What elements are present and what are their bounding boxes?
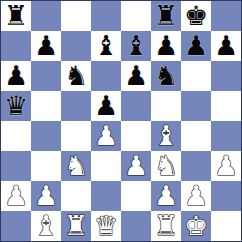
white-queen-piece: ♛ — [94, 211, 118, 241]
square-h3[interactable]: ♟ — [211, 151, 241, 181]
square-c6[interactable]: ♞ — [61, 61, 91, 91]
black-pawn-piece: ♟ — [124, 61, 148, 91]
square-d7[interactable]: ♝ — [91, 31, 121, 61]
square-e3[interactable]: ♟ — [121, 151, 151, 181]
square-c4[interactable] — [61, 121, 91, 151]
black-rook-piece: ♜ — [4, 1, 28, 31]
black-bishop-piece: ♝ — [124, 31, 148, 61]
white-pawn-piece: ♟ — [214, 151, 238, 181]
square-g7[interactable]: ♟ — [181, 31, 211, 61]
white-pawn-piece: ♟ — [154, 181, 178, 211]
square-b4[interactable] — [31, 121, 61, 151]
square-c7[interactable] — [61, 31, 91, 61]
black-king-piece: ♚ — [184, 1, 208, 31]
square-f8[interactable]: ♜ — [151, 1, 181, 31]
square-c3[interactable]: ♞ — [61, 151, 91, 181]
black-pawn-piece: ♟ — [154, 31, 178, 61]
square-h4[interactable] — [211, 121, 241, 151]
square-b5[interactable] — [31, 91, 61, 121]
white-knight-piece: ♞ — [64, 151, 88, 181]
square-f6[interactable]: ♞ — [151, 61, 181, 91]
square-d6[interactable] — [91, 61, 121, 91]
black-queen-piece: ♛ — [4, 91, 28, 121]
square-b6[interactable] — [31, 61, 61, 91]
square-g1[interactable]: ♚ — [181, 211, 211, 241]
square-e1[interactable] — [121, 211, 151, 241]
square-d1[interactable]: ♛ — [91, 211, 121, 241]
square-f4[interactable]: ♝ — [151, 121, 181, 151]
square-a8[interactable]: ♜ — [1, 1, 31, 31]
square-d8[interactable] — [91, 1, 121, 31]
square-a5[interactable]: ♛ — [1, 91, 31, 121]
white-knight-piece: ♞ — [154, 151, 178, 181]
black-pawn-piece: ♟ — [94, 91, 118, 121]
white-rook-piece: ♜ — [64, 211, 88, 241]
square-f5[interactable] — [151, 91, 181, 121]
white-bishop-piece: ♝ — [34, 211, 58, 241]
black-pawn-piece: ♟ — [184, 31, 208, 61]
chess-board: ♜♜♚♟♝♝♟♟♟♟♞♟♞♛♟♟♝♞♟♞♟♟♟♟♟♝♜♛♜♚ — [0, 0, 242, 242]
black-pawn-piece: ♟ — [4, 61, 28, 91]
white-pawn-piece: ♟ — [34, 181, 58, 211]
black-knight-piece: ♞ — [154, 61, 178, 91]
white-pawn-piece: ♟ — [184, 181, 208, 211]
square-g8[interactable]: ♚ — [181, 1, 211, 31]
square-h7[interactable]: ♟ — [211, 31, 241, 61]
square-c2[interactable] — [61, 181, 91, 211]
square-b1[interactable]: ♝ — [31, 211, 61, 241]
square-h1[interactable] — [211, 211, 241, 241]
square-e5[interactable] — [121, 91, 151, 121]
square-e8[interactable] — [121, 1, 151, 31]
black-knight-piece: ♞ — [64, 61, 88, 91]
square-f1[interactable]: ♜ — [151, 211, 181, 241]
black-rook-piece: ♜ — [154, 1, 178, 31]
square-a4[interactable] — [1, 121, 31, 151]
square-h8[interactable] — [211, 1, 241, 31]
square-a2[interactable]: ♟ — [1, 181, 31, 211]
square-e4[interactable] — [121, 121, 151, 151]
square-c5[interactable] — [61, 91, 91, 121]
square-e2[interactable] — [121, 181, 151, 211]
square-e6[interactable]: ♟ — [121, 61, 151, 91]
square-d3[interactable] — [91, 151, 121, 181]
square-b8[interactable] — [31, 1, 61, 31]
square-g2[interactable]: ♟ — [181, 181, 211, 211]
square-g3[interactable] — [181, 151, 211, 181]
white-pawn-piece: ♟ — [4, 181, 28, 211]
square-b2[interactable]: ♟ — [31, 181, 61, 211]
square-b3[interactable] — [31, 151, 61, 181]
square-d5[interactable]: ♟ — [91, 91, 121, 121]
square-g4[interactable] — [181, 121, 211, 151]
black-bishop-piece: ♝ — [94, 31, 118, 61]
square-d4[interactable]: ♟ — [91, 121, 121, 151]
square-a6[interactable]: ♟ — [1, 61, 31, 91]
square-g5[interactable] — [181, 91, 211, 121]
square-h6[interactable] — [211, 61, 241, 91]
square-b7[interactable]: ♟ — [31, 31, 61, 61]
white-rook-piece: ♜ — [154, 211, 178, 241]
white-pawn-piece: ♟ — [124, 151, 148, 181]
chess-diagram: ♜♜♚♟♝♝♟♟♟♟♞♟♞♛♟♟♝♞♟♞♟♟♟♟♟♝♜♛♜♚ — [0, 0, 242, 242]
square-f3[interactable]: ♞ — [151, 151, 181, 181]
white-bishop-piece: ♝ — [154, 121, 178, 151]
black-pawn-piece: ♟ — [214, 31, 238, 61]
square-a7[interactable] — [1, 31, 31, 61]
white-king-piece: ♚ — [184, 211, 208, 241]
square-a1[interactable] — [1, 211, 31, 241]
square-c1[interactable]: ♜ — [61, 211, 91, 241]
white-pawn-piece: ♟ — [94, 121, 118, 151]
square-d2[interactable] — [91, 181, 121, 211]
square-f7[interactable]: ♟ — [151, 31, 181, 61]
square-g6[interactable] — [181, 61, 211, 91]
square-a3[interactable] — [1, 151, 31, 181]
black-pawn-piece: ♟ — [34, 31, 58, 61]
square-h2[interactable] — [211, 181, 241, 211]
square-f2[interactable]: ♟ — [151, 181, 181, 211]
square-h5[interactable] — [211, 91, 241, 121]
square-e7[interactable]: ♝ — [121, 31, 151, 61]
square-c8[interactable] — [61, 1, 91, 31]
